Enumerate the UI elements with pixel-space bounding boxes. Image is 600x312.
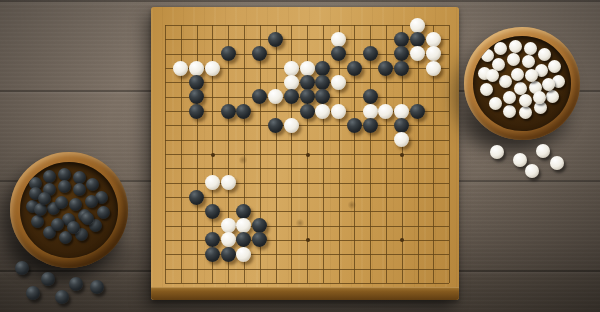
white-stone [236, 218, 251, 233]
black-stone [73, 183, 86, 196]
white-stone [426, 32, 441, 47]
white-stone [511, 68, 524, 81]
white-stone [300, 61, 315, 76]
loose-black-stone [55, 290, 69, 304]
wood-knot [295, 219, 305, 227]
black-stone [300, 104, 315, 119]
white-stone [509, 40, 522, 53]
white-stone [394, 132, 409, 147]
star-point [400, 238, 404, 242]
black-stone [315, 89, 330, 104]
white-stone [494, 42, 507, 55]
wood-knot [238, 156, 248, 164]
black-stone [363, 118, 378, 133]
black-stone [189, 89, 204, 104]
white-stone [503, 105, 516, 118]
black-stone [97, 206, 110, 219]
loose-white-stone [513, 153, 527, 167]
white-stone [522, 55, 535, 68]
star-point [211, 153, 215, 157]
white-stone [363, 104, 378, 119]
black-stone [300, 89, 315, 104]
loose-white-stone [525, 164, 539, 178]
white-stone [331, 32, 346, 47]
black-stone [252, 46, 267, 61]
white-stone [426, 46, 441, 61]
white-stone [426, 61, 441, 76]
black-stone [315, 75, 330, 90]
board-grid [151, 7, 459, 287]
black-stone [81, 212, 94, 225]
loose-white-stone [490, 145, 504, 159]
white-stone [284, 61, 299, 76]
white-stone [173, 61, 188, 76]
black-stone [236, 104, 251, 119]
white-stone [221, 218, 236, 233]
black-stone [51, 218, 64, 231]
black-stone [347, 61, 362, 76]
white-stone [331, 75, 346, 90]
white-stone [519, 94, 532, 107]
white-stone [524, 42, 537, 55]
black-bowl-stones [20, 162, 118, 258]
black-stone [43, 170, 56, 183]
black-stone [363, 46, 378, 61]
white-stone [507, 53, 520, 66]
photo-scene [0, 0, 600, 312]
grid-line-vertical [418, 25, 419, 283]
white-stone [548, 60, 561, 73]
white-stone [205, 175, 220, 190]
white-bowl-stones [473, 36, 571, 131]
white-stone [410, 18, 425, 33]
black-stone [410, 32, 425, 47]
black-stone [315, 61, 330, 76]
loose-black-stone [90, 280, 104, 294]
white-stone [533, 91, 546, 104]
black-stone [221, 104, 236, 119]
black-stone [221, 46, 236, 61]
black-stone [189, 104, 204, 119]
wood-knot [347, 201, 357, 209]
black-stone [221, 247, 236, 262]
black-stone [331, 46, 346, 61]
loose-black-stone [69, 277, 83, 291]
loose-black-stone [26, 286, 40, 300]
black-stone [205, 204, 220, 219]
white-stone [503, 91, 516, 104]
black-stone [189, 190, 204, 205]
grid-line-horizontal [165, 269, 449, 270]
loose-white-stone [550, 156, 564, 170]
black-stone [69, 198, 82, 211]
black-stone-bowl [10, 152, 128, 268]
black-stone [67, 221, 80, 234]
white-stone [410, 46, 425, 61]
white-stone [489, 97, 502, 110]
black-stone [252, 89, 267, 104]
white-stone [378, 104, 393, 119]
loose-black-stone [15, 261, 29, 275]
white-stone [236, 247, 251, 262]
black-stone [236, 232, 251, 247]
white-stone [519, 106, 532, 119]
loose-white-stone [536, 144, 550, 158]
black-stone [268, 32, 283, 47]
white-stone [499, 75, 512, 88]
star-point [306, 238, 310, 242]
white-stone [525, 69, 538, 82]
white-stone [268, 89, 283, 104]
white-stone [394, 104, 409, 119]
white-stone [189, 61, 204, 76]
black-stone [347, 118, 362, 133]
white-stone [331, 104, 346, 119]
go-board [151, 7, 459, 300]
black-stone [31, 215, 44, 228]
black-stone [252, 232, 267, 247]
black-stone [55, 196, 68, 209]
black-stone [85, 195, 98, 208]
white-stone [546, 90, 559, 103]
black-stone [363, 89, 378, 104]
black-stone [58, 180, 71, 193]
black-stone [394, 118, 409, 133]
grid-line-horizontal [165, 283, 449, 284]
black-stone [236, 204, 251, 219]
grid-line-horizontal [165, 197, 449, 198]
white-stone [284, 75, 299, 90]
black-stone [410, 104, 425, 119]
grid-line-vertical [339, 25, 340, 283]
black-stone [252, 218, 267, 233]
white-stone [315, 104, 330, 119]
board-side-edge [151, 287, 459, 300]
grid-line-vertical [449, 25, 450, 283]
white-stone [480, 83, 493, 96]
white-stone [486, 69, 499, 82]
grid-line-vertical [370, 25, 371, 283]
loose-black-stone [41, 272, 55, 286]
white-stone [221, 232, 236, 247]
black-stone [189, 75, 204, 90]
white-stone [542, 78, 555, 91]
black-stone [205, 247, 220, 262]
white-stone [221, 175, 236, 190]
black-stone [205, 232, 220, 247]
white-stone [205, 61, 220, 76]
star-point [306, 153, 310, 157]
black-stone [284, 89, 299, 104]
white-stone-bowl [464, 27, 580, 140]
black-stone [394, 46, 409, 61]
black-stone [86, 178, 99, 191]
white-stone [284, 118, 299, 133]
black-stone [394, 61, 409, 76]
black-stone [394, 32, 409, 47]
black-stone [378, 61, 393, 76]
grid-line-horizontal [165, 168, 449, 169]
star-point [400, 153, 404, 157]
black-stone [300, 75, 315, 90]
white-stone [538, 48, 551, 61]
black-stone [268, 118, 283, 133]
black-stone [38, 192, 51, 205]
grid-line-horizontal [165, 226, 449, 227]
